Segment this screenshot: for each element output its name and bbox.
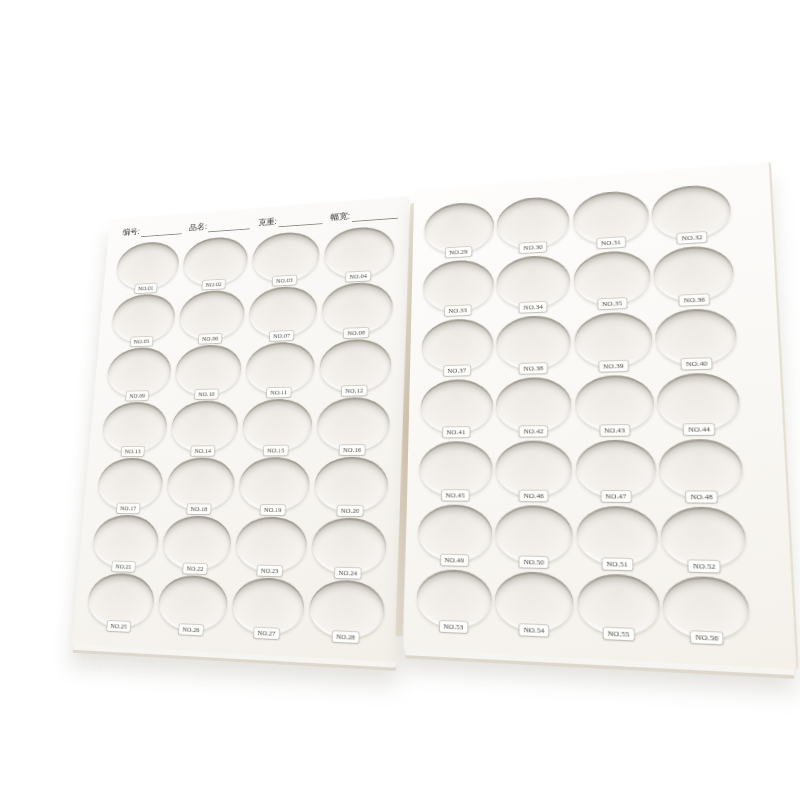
sample-slot-hole: NO.12 — [319, 338, 392, 392]
sample-slot-cell: NO.02 — [179, 233, 251, 290]
sample-slot-cell: NO.26 — [154, 572, 232, 636]
sample-slot-cell: NO.18 — [163, 455, 239, 514]
sample-slot-cell: NO.06 — [175, 286, 248, 344]
sample-slot-cell: NO.11 — [242, 338, 318, 397]
sample-slot-cell: NO.40 — [653, 303, 740, 370]
slot-number-tag: NO.36 — [679, 294, 709, 306]
sample-slot-cell: NO.27 — [228, 574, 308, 640]
sample-slot-cell: NO.55 — [575, 569, 662, 642]
field-gram-weight: 克重: — [258, 213, 323, 229]
sample-slot-hole: NO.28 — [308, 579, 385, 640]
slot-number-tag: NO.28 — [332, 631, 359, 643]
sample-slot-hole: NO.36 — [653, 244, 735, 302]
slot-number-tag: NO.21 — [112, 562, 136, 572]
slot-number-tag: NO.45 — [441, 490, 469, 500]
sample-slot-hole: NO.05 — [111, 293, 177, 344]
field-product-name-blank-line — [208, 221, 251, 233]
sample-slot-hole: NO.44 — [657, 372, 741, 431]
sample-slot-hole: NO.09 — [106, 347, 173, 398]
slot-number-tag: NO.22 — [183, 563, 208, 574]
slot-number-tag: NO.14 — [191, 446, 215, 456]
sample-slot-hole: NO.30 — [497, 195, 570, 251]
slot-number-tag: NO.32 — [677, 232, 707, 244]
sample-slot-hole: NO.06 — [178, 289, 246, 341]
sample-slot-hole: NO.02 — [182, 235, 249, 287]
field-item-number: 编号: — [122, 223, 182, 238]
sample-slot-hole: NO.10 — [174, 344, 243, 396]
slot-number-tag: NO.09 — [126, 391, 149, 401]
sample-slot-hole: NO.01 — [115, 240, 180, 291]
slot-number-tag: NO.46 — [519, 491, 548, 502]
sample-slot-cell: NO.21 — [89, 512, 163, 572]
slot-number-tag: NO.53 — [439, 621, 467, 633]
sample-slot-cell: NO.08 — [318, 278, 396, 338]
field-width: 幅宽: — [330, 207, 397, 224]
slot-number-tag: NO.39 — [599, 361, 628, 372]
slot-number-tag: NO.31 — [597, 237, 625, 248]
slot-number-tag: NO.33 — [444, 305, 470, 316]
slot-number-tag: NO.27 — [254, 628, 280, 640]
sample-slot-cell: NO.49 — [416, 500, 494, 566]
sample-slot-cell: NO.38 — [495, 310, 573, 374]
sample-slot-cell: NO.39 — [572, 307, 654, 373]
slot-number-tag: NO.05 — [130, 337, 153, 347]
sample-slot-hole: NO.26 — [157, 575, 229, 633]
sample-slot-hole: NO.23 — [235, 516, 308, 573]
slot-number-tag: NO.15 — [263, 446, 288, 456]
slot-number-tag: NO.16 — [339, 445, 365, 455]
sample-slot-cell: NO.33 — [421, 255, 495, 317]
sample-slot-hole: NO.49 — [417, 504, 492, 562]
slot-number-tag: NO.55 — [603, 628, 634, 641]
slot-number-tag: NO.30 — [520, 242, 547, 253]
slot-number-tag: NO.07 — [269, 331, 293, 341]
slot-number-tag: NO.12 — [341, 386, 367, 396]
sample-slot-hole: NO.20 — [314, 457, 389, 512]
right-slot-grid: NO.29NO.30NO.31NO.32NO.33NO.34NO.35NO.36… — [414, 179, 753, 646]
sample-slot-hole: NO.15 — [241, 398, 313, 451]
slot-number-tag: NO.43 — [600, 425, 630, 436]
slot-number-tag: NO.47 — [601, 491, 631, 502]
sample-slot-cell: NO.12 — [316, 335, 395, 395]
slot-number-tag: NO.37 — [443, 365, 470, 376]
sample-slot-hole: NO.22 — [161, 516, 232, 571]
sample-slot-hole: NO.16 — [316, 397, 390, 452]
field-product-name: 品名: — [189, 218, 251, 234]
field-item-number-blank-line — [141, 226, 182, 237]
slot-number-tag: NO.08 — [344, 328, 369, 338]
sample-slot-cell: NO.41 — [418, 375, 494, 438]
product-photo-scene: 编号: 品名: 克重: 幅宽: NO.01NO.02NO.03NO.04NO.0… — [0, 0, 800, 800]
field-gram-weight-label: 克重: — [258, 216, 277, 229]
sample-slot-cell: NO.43 — [573, 370, 657, 436]
sample-slot-hole: NO.40 — [655, 307, 738, 366]
slot-number-tag: NO.56 — [691, 631, 724, 644]
sample-slot-hole: NO.37 — [421, 318, 493, 373]
sample-slot-hole: NO.19 — [238, 457, 310, 511]
sample-slot-hole: NO.27 — [231, 577, 305, 636]
sample-slot-hole: NO.38 — [496, 314, 571, 370]
sample-slot-cell: NO.56 — [660, 571, 753, 646]
sample-slot-cell: NO.15 — [239, 395, 316, 454]
slot-number-tag: NO.13 — [121, 447, 144, 456]
sample-slot-hole: NO.25 — [86, 572, 156, 628]
slot-number-tag: NO.50 — [519, 556, 548, 568]
sample-slot-cell: NO.42 — [494, 372, 573, 436]
sample-slot-cell: NO.23 — [232, 513, 311, 576]
sample-slot-cell: NO.50 — [494, 501, 575, 569]
sample-slot-cell: NO.04 — [321, 222, 398, 282]
sample-slot-cell: NO.01 — [113, 237, 183, 293]
sample-slot-hole: NO.24 — [311, 517, 387, 575]
slot-number-tag: NO.01 — [135, 283, 157, 293]
sample-slot-cell: NO.51 — [574, 502, 660, 571]
sample-slot-cell: NO.47 — [574, 435, 659, 502]
sample-slot-cell: NO.19 — [235, 454, 313, 514]
sample-slot-hole: NO.48 — [659, 439, 744, 499]
sample-slot-cell: NO.29 — [422, 197, 496, 259]
sample-slot-cell: NO.05 — [108, 290, 179, 346]
sample-slot-cell: NO.13 — [98, 399, 171, 456]
sample-slot-hole: NO.03 — [251, 230, 320, 283]
slot-number-tag: NO.48 — [686, 491, 718, 502]
slot-number-tag: NO.10 — [195, 389, 219, 399]
sample-slot-hole: NO.21 — [91, 515, 160, 569]
sample-slot-cell: NO.53 — [414, 565, 493, 635]
slot-number-tag: NO.34 — [519, 302, 547, 313]
slot-number-tag: NO.11 — [267, 388, 291, 398]
sample-slot-cell: NO.37 — [420, 314, 495, 377]
sample-slot-cell: NO.14 — [167, 397, 242, 455]
field-width-blank-line — [352, 210, 398, 222]
sample-slot-hole: NO.47 — [576, 440, 657, 498]
sample-slot-hole: NO.32 — [651, 183, 732, 241]
field-gram-weight-blank-line — [278, 215, 322, 227]
sample-slot-cell: NO.10 — [171, 341, 245, 399]
sample-slot-hole: NO.42 — [496, 377, 572, 433]
left-slot-grid: NO.01NO.02NO.03NO.04NO.05NO.06NO.07NO.08… — [83, 222, 397, 643]
sample-slot-hole: NO.54 — [495, 571, 574, 633]
slot-number-tag: NO.06 — [198, 334, 222, 344]
sample-tray-spread: 编号: 品名: 克重: 幅宽: NO.01NO.02NO.03NO.04NO.0… — [72, 168, 800, 684]
sample-slot-hole: NO.43 — [575, 374, 655, 432]
sample-slot-hole: NO.51 — [576, 506, 658, 567]
slot-number-tag: NO.25 — [107, 621, 131, 632]
sample-slot-hole: NO.17 — [96, 458, 164, 510]
slot-number-tag: NO.51 — [602, 558, 633, 570]
slot-number-tag: NO.44 — [684, 424, 715, 435]
sample-slot-hole: NO.04 — [324, 225, 395, 279]
sample-slot-cell: NO.03 — [248, 228, 323, 287]
field-width-label: 幅宽: — [330, 211, 350, 224]
slot-number-tag: NO.38 — [519, 363, 547, 374]
sample-slot-hole: NO.39 — [574, 311, 652, 368]
sample-slot-cell: NO.48 — [656, 434, 746, 502]
sample-slot-cell: NO.34 — [495, 250, 572, 314]
sample-slot-cell: NO.46 — [494, 436, 574, 501]
slot-number-tag: NO.54 — [519, 624, 548, 636]
sample-slot-cell: NO.16 — [313, 394, 393, 454]
sample-slot-hole: NO.52 — [660, 507, 747, 569]
sample-slot-cell: NO.32 — [649, 179, 734, 245]
slot-number-tag: NO.23 — [257, 566, 283, 577]
sample-slot-cell: NO.22 — [159, 513, 236, 574]
sample-tray-left-panel: 编号: 品名: 克重: 幅宽: NO.01NO.02NO.03NO.04NO.0… — [72, 196, 410, 662]
slot-number-tag: NO.18 — [187, 504, 211, 514]
sample-slot-hole: NO.18 — [166, 457, 236, 510]
sample-slot-cell: NO.54 — [493, 567, 576, 638]
sample-slot-hole: NO.11 — [245, 341, 316, 394]
sample-slot-cell: NO.07 — [245, 282, 320, 341]
slot-number-tag: NO.42 — [519, 426, 547, 437]
slot-number-tag: NO.35 — [598, 298, 627, 309]
slot-number-tag: NO.04 — [346, 271, 371, 282]
sample-slot-cell: NO.28 — [305, 576, 388, 643]
sample-slot-cell: NO.35 — [572, 245, 653, 310]
sample-slot-cell: NO.24 — [308, 514, 390, 578]
sample-slot-hole: NO.50 — [495, 505, 573, 564]
sample-slot-cell: NO.30 — [495, 191, 571, 254]
sample-slot-hole: NO.46 — [496, 440, 573, 497]
sample-slot-hole: NO.14 — [170, 400, 239, 452]
sample-slot-hole: NO.33 — [423, 258, 494, 313]
sample-slot-cell: NO.52 — [658, 502, 749, 573]
sample-slot-cell: NO.44 — [655, 368, 743, 435]
sample-slot-cell: NO.36 — [651, 240, 737, 307]
sample-slot-cell: NO.45 — [417, 437, 494, 501]
slot-number-tag: NO.02 — [202, 280, 225, 290]
sample-slot-hole: NO.08 — [321, 281, 393, 335]
sample-slot-hole: NO.45 — [419, 441, 493, 497]
slot-number-tag: NO.20 — [337, 506, 363, 516]
sample-slot-cell: NO.09 — [103, 344, 175, 400]
sample-slot-hole: NO.53 — [416, 569, 492, 630]
sample-slot-hole: NO.56 — [662, 576, 750, 641]
sample-slot-hole: NO.31 — [573, 189, 649, 246]
sample-slot-hole: NO.35 — [573, 249, 650, 306]
slot-number-tag: NO.03 — [272, 275, 296, 285]
slot-number-tag: NO.26 — [179, 624, 204, 635]
sample-tray-right-panel: NO.29NO.30NO.31NO.32NO.33NO.34NO.35NO.36… — [403, 162, 796, 669]
sample-slot-hole: NO.34 — [497, 254, 571, 310]
sample-slot-hole: NO.29 — [424, 201, 494, 256]
sample-slot-hole: NO.55 — [577, 573, 660, 637]
field-product-name-label: 品名: — [189, 221, 208, 233]
field-item-number-label: 编号: — [122, 226, 140, 238]
slot-number-tag: NO.40 — [681, 358, 712, 369]
sample-slot-cell: NO.31 — [571, 185, 651, 250]
sample-slot-cell: NO.17 — [94, 455, 167, 513]
slot-number-tag: NO.41 — [442, 427, 469, 437]
slot-number-tag: NO.52 — [688, 560, 720, 572]
slot-number-tag: NO.29 — [445, 247, 471, 258]
slot-number-tag: NO.24 — [335, 568, 362, 579]
slot-number-tag: NO.19 — [260, 505, 285, 515]
sample-slot-hole: NO.41 — [420, 379, 493, 434]
sample-slot-cell: NO.25 — [83, 570, 158, 633]
sample-slot-cell: NO.20 — [311, 454, 392, 516]
slot-number-tag: NO.49 — [440, 555, 468, 566]
slot-number-tag: NO.17 — [116, 504, 139, 514]
sample-slot-hole: NO.13 — [101, 402, 168, 453]
sample-slot-hole: NO.07 — [248, 285, 318, 338]
